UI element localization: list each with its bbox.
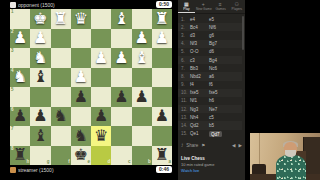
black-move[interactable]: e5 bbox=[209, 17, 228, 22]
move-number: 8. bbox=[181, 74, 190, 79]
white-piece-P[interactable]: ♟ bbox=[33, 30, 47, 46]
square-e1[interactable]: ♛ bbox=[71, 9, 91, 29]
move-number: 2. bbox=[181, 25, 190, 30]
move-row: 4.Nf3Bg7 bbox=[178, 40, 242, 48]
black-move[interactable]: h6 bbox=[209, 98, 228, 103]
bottom-player-name: streamer (1500) bbox=[18, 167, 154, 173]
share-icon[interactable]: ⤴ bbox=[181, 143, 183, 148]
black-piece-P[interactable]: ♟ bbox=[13, 108, 27, 124]
chess-board[interactable]: 1♚♜♛♝♜2♟♟♟♟3♞♟♟♝4♞♝♟5♟♟♟6♟♟♞♟♟7♝♞♛8h♜gfe… bbox=[10, 9, 172, 165]
move-row: 11.Nf1h6 bbox=[178, 97, 242, 105]
square-b5[interactable]: ♟ bbox=[132, 87, 152, 107]
stream-subtitle: 10 min rated game bbox=[181, 162, 242, 167]
square-b6[interactable] bbox=[132, 107, 152, 127]
current-move[interactable]: Qd7 bbox=[209, 131, 222, 137]
square-c1[interactable]: ♝ bbox=[111, 9, 131, 29]
move-row: 9.f4f6 bbox=[178, 81, 242, 89]
share-button[interactable]: Share bbox=[186, 143, 198, 148]
square-d8[interactable]: d bbox=[91, 146, 111, 166]
square-f7[interactable] bbox=[51, 126, 71, 146]
black-move[interactable]: c5 bbox=[209, 115, 228, 120]
stream-caption: Live Chess 10 min rated game Watch live bbox=[178, 154, 245, 175]
square-d1[interactable] bbox=[91, 9, 111, 29]
square-h7[interactable]: 7 bbox=[10, 126, 30, 146]
black-move[interactable]: Nc6 bbox=[209, 66, 228, 71]
game-controls: ⤴ Share ⚑ ◀ ▶ bbox=[178, 141, 245, 150]
file-label: d bbox=[108, 160, 111, 165]
square-b3[interactable]: ♝ bbox=[132, 48, 152, 68]
move-row: 6.c3Bg4 bbox=[178, 56, 242, 64]
rank-label: 5 bbox=[11, 88, 14, 93]
square-e2[interactable] bbox=[71, 29, 91, 49]
white-move[interactable]: O-O bbox=[190, 49, 209, 54]
black-move[interactable]: b5 bbox=[209, 123, 228, 128]
square-b4[interactable] bbox=[132, 68, 152, 88]
square-d3[interactable]: ♟ bbox=[91, 48, 111, 68]
square-b7[interactable] bbox=[132, 126, 152, 146]
move-number: 12. bbox=[181, 107, 190, 112]
square-d6[interactable]: ♟ bbox=[91, 107, 111, 127]
white-piece-P[interactable]: ♟ bbox=[74, 69, 88, 85]
square-f3[interactable] bbox=[51, 48, 71, 68]
square-a6[interactable]: ♟ bbox=[152, 107, 172, 127]
square-h6[interactable]: 6♟ bbox=[10, 107, 30, 127]
square-f2[interactable] bbox=[51, 29, 71, 49]
black-move[interactable]: g6 bbox=[209, 33, 228, 38]
move-row: 10.fxe5fxe5 bbox=[178, 89, 242, 97]
square-c3[interactable]: ♟ bbox=[111, 48, 131, 68]
white-piece-P[interactable]: ♟ bbox=[94, 49, 108, 65]
black-move[interactable]: fxe5 bbox=[209, 90, 228, 95]
tab-label: New Game bbox=[195, 7, 211, 11]
square-f4[interactable] bbox=[51, 68, 71, 88]
square-e4[interactable]: ♟ bbox=[71, 68, 91, 88]
stream-link[interactable]: Watch live bbox=[181, 168, 242, 173]
webcam-person-shirt bbox=[276, 155, 306, 180]
move-row: 15.Qe1Qd7 bbox=[178, 130, 242, 138]
square-a2[interactable]: ♟ bbox=[152, 29, 172, 49]
square-b2[interactable]: ♟ bbox=[132, 29, 152, 49]
square-g4[interactable]: ♝ bbox=[30, 68, 50, 88]
white-piece-N[interactable]: ♞ bbox=[33, 49, 47, 65]
white-move[interactable]: Qe1 bbox=[190, 131, 209, 136]
square-a3[interactable] bbox=[152, 48, 172, 68]
move-row: 1.e4e5 bbox=[178, 15, 242, 23]
webcam-overlay bbox=[250, 133, 320, 180]
move-number: 1. bbox=[181, 17, 190, 22]
tab-label: Games bbox=[215, 7, 225, 11]
black-move[interactable]: Nf6 bbox=[209, 25, 228, 30]
black-piece-P[interactable]: ♟ bbox=[33, 108, 47, 124]
bottom-player-avatar bbox=[10, 167, 16, 173]
rank-label: 7 bbox=[11, 127, 14, 132]
white-piece-P[interactable]: ♟ bbox=[155, 30, 169, 46]
move-back-button[interactable]: ◀ bbox=[232, 143, 235, 148]
white-move[interactable]: Bc4 bbox=[190, 25, 209, 30]
top-player-avatar bbox=[10, 2, 16, 8]
square-g1[interactable]: ♚ bbox=[30, 9, 50, 29]
black-move[interactable]: Ne7 bbox=[209, 107, 228, 112]
tab-label: Players bbox=[232, 7, 243, 11]
rank-label: 1 bbox=[11, 10, 14, 15]
tab-games[interactable]: ≡Games bbox=[212, 0, 229, 13]
square-g5[interactable] bbox=[30, 87, 50, 107]
square-h3[interactable]: 3 bbox=[10, 48, 30, 68]
move-number: 11. bbox=[181, 98, 190, 103]
move-row: 7.Bb3Nc6 bbox=[178, 64, 242, 72]
top-player-clock: 0:50 bbox=[156, 1, 172, 8]
rank-label: 3 bbox=[11, 49, 14, 54]
square-d2[interactable] bbox=[91, 29, 111, 49]
white-piece-K[interactable]: ♚ bbox=[33, 10, 47, 26]
square-c8[interactable]: c bbox=[111, 146, 131, 166]
black-piece-P[interactable]: ♟ bbox=[114, 88, 128, 104]
move-row: 8.Nbd2a6 bbox=[178, 72, 242, 80]
black-piece-K[interactable]: ♚ bbox=[74, 147, 88, 163]
square-h5[interactable]: 5 bbox=[10, 87, 30, 107]
square-c5[interactable]: ♟ bbox=[111, 87, 131, 107]
black-move[interactable]: Bg7 bbox=[209, 41, 228, 46]
white-move[interactable]: Nf3 bbox=[190, 41, 209, 46]
square-a8[interactable]: a♜ bbox=[152, 146, 172, 166]
file-label: b bbox=[148, 160, 151, 165]
square-h2[interactable]: 2♟ bbox=[10, 29, 30, 49]
move-forward-button[interactable]: ▶ bbox=[239, 143, 242, 148]
move-number: 4. bbox=[181, 41, 190, 46]
move-number: 9. bbox=[181, 82, 190, 87]
square-a1[interactable]: ♜ bbox=[152, 9, 172, 29]
move-row: 2.Bc4Nf6 bbox=[178, 23, 242, 31]
black-piece-R[interactable]: ♜ bbox=[13, 147, 27, 163]
sidebar-panel: ▦Play+New Game≡Games⚇Players 1.e4e52.Bc4… bbox=[178, 0, 245, 180]
panel-tab-bar: ▦Play+New Game≡Games⚇Players bbox=[178, 0, 245, 14]
white-move[interactable]: Ng3 bbox=[190, 107, 209, 112]
square-h8[interactable]: 8h♜ bbox=[10, 146, 30, 166]
black-piece-P[interactable]: ♟ bbox=[134, 88, 148, 104]
move-row: 3.d3g6 bbox=[178, 31, 242, 39]
black-piece-R[interactable]: ♜ bbox=[155, 147, 169, 163]
white-piece-P[interactable]: ♟ bbox=[114, 49, 128, 65]
square-a5[interactable] bbox=[152, 87, 172, 107]
screenshot-root: opponent (1500) 0:50 1♚♜♛♝♜2♟♟♟♟3♞♟♟♝4♞♝… bbox=[0, 0, 320, 180]
white-move[interactable]: fxe5 bbox=[190, 90, 209, 95]
white-piece-B[interactable]: ♝ bbox=[114, 10, 128, 26]
square-e5[interactable]: ♟ bbox=[71, 87, 91, 107]
white-move[interactable]: Bb3 bbox=[190, 66, 209, 71]
black-piece-P[interactable]: ♟ bbox=[74, 88, 88, 104]
square-g8[interactable]: g bbox=[30, 146, 50, 166]
square-a7[interactable] bbox=[152, 126, 172, 146]
square-a4[interactable] bbox=[152, 68, 172, 88]
move-row: 14.Qd2b5 bbox=[178, 121, 242, 129]
white-move[interactable]: Nbd2 bbox=[190, 74, 209, 79]
square-f6[interactable]: ♞ bbox=[51, 107, 71, 127]
white-move[interactable]: Nh4 bbox=[190, 115, 209, 120]
square-f1[interactable]: ♜ bbox=[51, 9, 71, 29]
move-list-scrollbar[interactable] bbox=[242, 16, 244, 50]
move-row: 5.O-Od6 bbox=[178, 48, 242, 56]
square-b8[interactable]: b bbox=[132, 146, 152, 166]
black-piece-P[interactable]: ♟ bbox=[94, 108, 108, 124]
white-piece-R[interactable]: ♜ bbox=[53, 10, 67, 26]
black-piece-N[interactable]: ♞ bbox=[74, 127, 88, 143]
black-piece-N[interactable]: ♞ bbox=[53, 108, 67, 124]
black-piece-B[interactable]: ♝ bbox=[33, 127, 47, 143]
black-move[interactable]: a6 bbox=[209, 74, 228, 79]
bottom-player-bar: streamer (1500) 0:46 bbox=[10, 165, 172, 174]
black-move[interactable]: Qd7 bbox=[209, 131, 228, 136]
square-c7[interactable] bbox=[111, 126, 131, 146]
tab-play[interactable]: ▦Play bbox=[178, 0, 195, 13]
black-move[interactable]: Bg4 bbox=[209, 58, 228, 63]
top-player-bar: opponent (1500) 0:50 bbox=[10, 0, 172, 9]
stream-title: Live Chess bbox=[181, 156, 242, 161]
bottom-player-clock: 0:46 bbox=[156, 166, 172, 173]
square-d4[interactable] bbox=[91, 68, 111, 88]
square-d5[interactable] bbox=[91, 87, 111, 107]
white-piece-Q[interactable]: ♛ bbox=[74, 10, 88, 26]
move-number: 15. bbox=[181, 131, 190, 136]
file-label: f bbox=[68, 160, 70, 165]
square-g6[interactable]: ♟ bbox=[30, 107, 50, 127]
square-g3[interactable]: ♞ bbox=[30, 48, 50, 68]
square-c4[interactable] bbox=[111, 68, 131, 88]
move-number: 13. bbox=[181, 115, 190, 120]
square-h4[interactable]: 4♞ bbox=[10, 68, 30, 88]
black-move[interactable]: f6 bbox=[209, 82, 228, 87]
top-player-name: opponent (1500) bbox=[18, 2, 154, 8]
tab-players[interactable]: ⚇Players bbox=[229, 0, 246, 13]
square-b1[interactable] bbox=[132, 9, 152, 29]
white-move[interactable]: d3 bbox=[190, 33, 209, 38]
square-d7[interactable]: ♛ bbox=[91, 126, 111, 146]
move-number: 10. bbox=[181, 90, 190, 95]
white-move[interactable]: c3 bbox=[190, 58, 209, 63]
square-h1[interactable]: 1 bbox=[10, 9, 30, 29]
game-column: opponent (1500) 0:50 1♚♜♛♝♜2♟♟♟♟3♞♟♟♝4♞♝… bbox=[10, 0, 172, 180]
move-row: 13.Nh4c5 bbox=[178, 113, 242, 121]
white-piece-R[interactable]: ♜ bbox=[155, 10, 169, 26]
black-move[interactable]: d6 bbox=[209, 49, 228, 54]
white-piece-P[interactable]: ♟ bbox=[13, 30, 27, 46]
black-piece-Q[interactable]: ♛ bbox=[94, 127, 108, 143]
move-number: 7. bbox=[181, 66, 190, 71]
move-number: 6. bbox=[181, 58, 190, 63]
square-c6[interactable] bbox=[111, 107, 131, 127]
tab-label: Play bbox=[183, 7, 189, 11]
move-list: 1.e4e52.Bc4Nf63.d3g64.Nf3Bg75.O-Od66.c3B… bbox=[178, 15, 242, 138]
move-row: 12.Ng3Ne7 bbox=[178, 105, 242, 113]
white-move[interactable]: e4 bbox=[190, 17, 209, 22]
white-piece-N[interactable]: ♞ bbox=[13, 69, 27, 85]
square-f8[interactable]: f bbox=[51, 146, 71, 166]
square-c2[interactable] bbox=[111, 29, 131, 49]
square-e7[interactable]: ♞ bbox=[71, 126, 91, 146]
file-label: g bbox=[47, 160, 50, 165]
black-piece-P[interactable]: ♟ bbox=[155, 108, 169, 124]
move-number: 14. bbox=[181, 123, 190, 128]
square-e3[interactable] bbox=[71, 48, 91, 68]
webcam-person-beard bbox=[285, 150, 296, 157]
tab-new-game[interactable]: +New Game bbox=[195, 0, 213, 13]
white-move[interactable]: f4 bbox=[190, 82, 209, 87]
square-g7[interactable]: ♝ bbox=[30, 126, 50, 146]
square-f5[interactable] bbox=[51, 87, 71, 107]
white-piece-P[interactable]: ♟ bbox=[134, 30, 148, 46]
file-label: c bbox=[128, 160, 131, 165]
white-move[interactable]: Qd2 bbox=[190, 123, 209, 128]
move-number: 5. bbox=[181, 49, 190, 54]
move-number: 3. bbox=[181, 33, 190, 38]
square-e6[interactable] bbox=[71, 107, 91, 127]
square-e8[interactable]: e♚ bbox=[71, 146, 91, 166]
white-piece-B[interactable]: ♝ bbox=[134, 49, 148, 65]
flag-icon[interactable]: ⚑ bbox=[201, 143, 205, 148]
black-piece-B[interactable]: ♝ bbox=[33, 69, 47, 85]
white-move[interactable]: Nf1 bbox=[190, 98, 209, 103]
square-g2[interactable]: ♟ bbox=[30, 29, 50, 49]
